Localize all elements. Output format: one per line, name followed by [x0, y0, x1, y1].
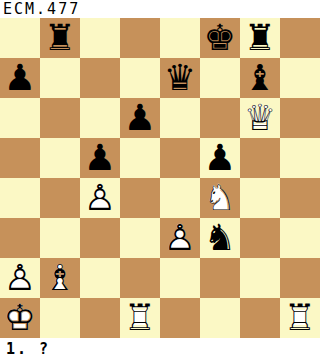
- square-f4[interactable]: ♞♘: [200, 178, 240, 218]
- square-f3[interactable]: ♞: [200, 218, 240, 258]
- piece-black-pawn[interactable]: ♟: [0, 58, 40, 98]
- piece-glyph: ♜: [240, 18, 280, 58]
- square-e1[interactable]: [160, 298, 200, 338]
- piece-glyph: ♖: [120, 298, 160, 338]
- square-b3[interactable]: [40, 218, 80, 258]
- piece-glyph: ♙: [160, 218, 200, 258]
- square-a8[interactable]: [0, 18, 40, 58]
- square-a5[interactable]: [0, 138, 40, 178]
- piece-glyph: ♝: [240, 58, 280, 98]
- piece-glyph: ♔: [0, 298, 40, 338]
- square-e3[interactable]: ♟♙: [160, 218, 200, 258]
- square-a2[interactable]: ♟♙: [0, 258, 40, 298]
- square-g4[interactable]: [240, 178, 280, 218]
- square-f6[interactable]: [200, 98, 240, 138]
- square-e6[interactable]: [160, 98, 200, 138]
- piece-white-knight[interactable]: ♞♘: [200, 178, 240, 218]
- square-g7[interactable]: ♝: [240, 58, 280, 98]
- square-b1[interactable]: [40, 298, 80, 338]
- square-g5[interactable]: [240, 138, 280, 178]
- square-c4[interactable]: ♟♙: [80, 178, 120, 218]
- square-d6[interactable]: ♟: [120, 98, 160, 138]
- piece-black-pawn[interactable]: ♟: [200, 138, 240, 178]
- piece-black-rook[interactable]: ♜: [240, 18, 280, 58]
- piece-glyph: ♖: [280, 298, 320, 338]
- square-h2[interactable]: [280, 258, 320, 298]
- square-e7[interactable]: ♛: [160, 58, 200, 98]
- piece-black-queen[interactable]: ♛: [160, 58, 200, 98]
- square-c3[interactable]: [80, 218, 120, 258]
- square-c2[interactable]: [80, 258, 120, 298]
- square-a4[interactable]: [0, 178, 40, 218]
- piece-glyph: ♗: [40, 258, 80, 298]
- square-b4[interactable]: [40, 178, 80, 218]
- square-c1[interactable]: [80, 298, 120, 338]
- square-f8[interactable]: ♚: [200, 18, 240, 58]
- square-a1[interactable]: ♚♔: [0, 298, 40, 338]
- square-b8[interactable]: ♜: [40, 18, 80, 58]
- square-g2[interactable]: [240, 258, 280, 298]
- square-e2[interactable]: [160, 258, 200, 298]
- square-c6[interactable]: [80, 98, 120, 138]
- piece-white-bishop[interactable]: ♝♗: [40, 258, 80, 298]
- square-h1[interactable]: ♜♖: [280, 298, 320, 338]
- square-h7[interactable]: [280, 58, 320, 98]
- piece-glyph: ♕: [240, 98, 280, 138]
- square-e4[interactable]: [160, 178, 200, 218]
- square-b5[interactable]: [40, 138, 80, 178]
- piece-glyph: ♙: [80, 178, 120, 218]
- square-d1[interactable]: ♜♖: [120, 298, 160, 338]
- square-a3[interactable]: [0, 218, 40, 258]
- piece-black-rook[interactable]: ♜: [40, 18, 80, 58]
- piece-glyph: ♟: [80, 138, 120, 178]
- piece-glyph: ♞: [200, 218, 240, 258]
- square-a6[interactable]: [0, 98, 40, 138]
- position-id-label: ECM.477: [3, 0, 80, 18]
- square-b2[interactable]: ♝♗: [40, 258, 80, 298]
- square-c5[interactable]: ♟: [80, 138, 120, 178]
- square-c7[interactable]: [80, 58, 120, 98]
- piece-glyph: ♟: [120, 98, 160, 138]
- piece-white-pawn[interactable]: ♟♙: [0, 258, 40, 298]
- piece-glyph: ♜: [40, 18, 80, 58]
- square-d5[interactable]: [120, 138, 160, 178]
- square-d2[interactable]: [120, 258, 160, 298]
- piece-white-pawn[interactable]: ♟♙: [80, 178, 120, 218]
- square-h6[interactable]: [280, 98, 320, 138]
- square-b7[interactable]: [40, 58, 80, 98]
- square-f1[interactable]: [200, 298, 240, 338]
- square-g6[interactable]: ♛♕: [240, 98, 280, 138]
- square-e5[interactable]: [160, 138, 200, 178]
- piece-white-rook[interactable]: ♜♖: [280, 298, 320, 338]
- square-a7[interactable]: ♟: [0, 58, 40, 98]
- piece-black-bishop[interactable]: ♝: [240, 58, 280, 98]
- square-d3[interactable]: [120, 218, 160, 258]
- piece-glyph: ♙: [0, 258, 40, 298]
- piece-glyph: ♟: [200, 138, 240, 178]
- piece-black-pawn[interactable]: ♟: [120, 98, 160, 138]
- piece-white-rook[interactable]: ♜♖: [120, 298, 160, 338]
- piece-black-knight[interactable]: ♞: [200, 218, 240, 258]
- piece-white-king[interactable]: ♚♔: [0, 298, 40, 338]
- piece-glyph: ♚: [200, 18, 240, 58]
- square-g3[interactable]: [240, 218, 280, 258]
- square-d4[interactable]: [120, 178, 160, 218]
- square-f5[interactable]: ♟: [200, 138, 240, 178]
- square-h5[interactable]: [280, 138, 320, 178]
- square-g8[interactable]: ♜: [240, 18, 280, 58]
- square-d7[interactable]: [120, 58, 160, 98]
- chess-board: ♜♚♜♟♛♝♟♛♕♟♟♟♙♞♘♟♙♞♟♙♝♗♚♔♜♖♜♖: [0, 18, 320, 338]
- square-h3[interactable]: [280, 218, 320, 258]
- move-prompt: 1. ?: [6, 339, 50, 359]
- piece-black-king[interactable]: ♚: [200, 18, 240, 58]
- piece-glyph: ♛: [160, 58, 200, 98]
- square-h4[interactable]: [280, 178, 320, 218]
- square-b6[interactable]: [40, 98, 80, 138]
- square-e8[interactable]: [160, 18, 200, 58]
- square-c8[interactable]: [80, 18, 120, 58]
- square-f7[interactable]: [200, 58, 240, 98]
- square-h8[interactable]: [280, 18, 320, 58]
- square-g1[interactable]: [240, 298, 280, 338]
- piece-glyph: ♟: [0, 58, 40, 98]
- piece-black-pawn[interactable]: ♟: [80, 138, 120, 178]
- piece-white-queen[interactable]: ♛♕: [240, 98, 280, 138]
- square-d8[interactable]: [120, 18, 160, 58]
- square-f2[interactable]: [200, 258, 240, 298]
- piece-glyph: ♘: [200, 178, 240, 218]
- piece-white-pawn[interactable]: ♟♙: [160, 218, 200, 258]
